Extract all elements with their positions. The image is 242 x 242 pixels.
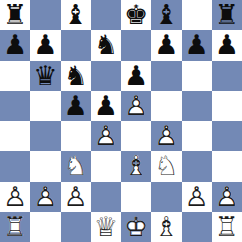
- square-c4[interactable]: [61, 121, 91, 151]
- white-knight-icon: ♞: [61, 151, 91, 181]
- black-queen-icon: ♛: [30, 61, 60, 91]
- square-d2[interactable]: [91, 182, 121, 212]
- white-bishop-icon: ♝: [121, 151, 151, 181]
- white-pawn-icon: ♟: [151, 121, 181, 151]
- white-queen-icon: ♛: [91, 212, 121, 242]
- white-knight-icon: ♞: [151, 151, 181, 181]
- square-g6[interactable]: [182, 61, 212, 91]
- square-h7[interactable]: ♟: [212, 30, 242, 60]
- square-d7[interactable]: ♞: [91, 30, 121, 60]
- black-pawn-icon: ♟: [61, 91, 91, 121]
- white-pawn-outline-icon: ♙: [30, 182, 60, 212]
- white-pawn-outline-icon: ♙: [121, 91, 151, 121]
- white-bishop-outline-icon: ♗: [121, 151, 151, 181]
- square-h8[interactable]: ♜: [212, 0, 242, 30]
- white-knight-outline-icon: ♘: [61, 151, 91, 181]
- square-f4[interactable]: ♟♙: [151, 121, 181, 151]
- square-f3[interactable]: ♞♘: [151, 151, 181, 181]
- square-g2[interactable]: ♟♙: [182, 182, 212, 212]
- square-c8[interactable]: ♝: [61, 0, 91, 30]
- square-g8[interactable]: [182, 0, 212, 30]
- square-d8[interactable]: [91, 0, 121, 30]
- square-h4[interactable]: [212, 121, 242, 151]
- square-f8[interactable]: ♝: [151, 0, 181, 30]
- white-pawn-icon: ♟: [212, 182, 242, 212]
- square-h3[interactable]: [212, 151, 242, 181]
- black-rook-icon: ♜: [212, 0, 242, 30]
- square-e5[interactable]: ♟♙: [121, 91, 151, 121]
- square-g3[interactable]: [182, 151, 212, 181]
- white-pawn-icon: ♟: [0, 182, 30, 212]
- white-rook-outline-icon: ♖: [212, 212, 242, 242]
- black-pawn-icon: ♟: [0, 30, 30, 60]
- white-pawn-outline-icon: ♙: [61, 182, 91, 212]
- black-pawn-icon: ♟: [91, 91, 121, 121]
- black-bishop-icon: ♝: [151, 0, 181, 30]
- square-h1[interactable]: ♜♖: [212, 212, 242, 242]
- square-d1[interactable]: ♛♕: [91, 212, 121, 242]
- square-e1[interactable]: ♚♔: [121, 212, 151, 242]
- square-b7[interactable]: ♟: [30, 30, 60, 60]
- square-a1[interactable]: ♜♖: [0, 212, 30, 242]
- black-king-icon: ♚: [121, 0, 151, 30]
- white-pawn-outline-icon: ♙: [91, 121, 121, 151]
- square-a5[interactable]: [0, 91, 30, 121]
- white-pawn-icon: ♟: [121, 91, 151, 121]
- black-pawn-icon: ♟: [212, 30, 242, 60]
- black-pawn-icon: ♟: [121, 61, 151, 91]
- white-pawn-outline-icon: ♙: [182, 182, 212, 212]
- white-queen-outline-icon: ♕: [91, 212, 121, 242]
- square-f6[interactable]: [151, 61, 181, 91]
- black-knight-icon: ♞: [61, 61, 91, 91]
- square-d4[interactable]: ♟♙: [91, 121, 121, 151]
- square-d5[interactable]: ♟: [91, 91, 121, 121]
- square-c3[interactable]: ♞♘: [61, 151, 91, 181]
- square-b6[interactable]: ♛: [30, 61, 60, 91]
- white-pawn-icon: ♟: [61, 182, 91, 212]
- square-c6[interactable]: ♞: [61, 61, 91, 91]
- chess-board: ♜♝♚♝♜♟♟♞♟♟♟♛♞♟♟♟♟♙♟♙♟♙♞♘♝♗♞♘♟♙♟♙♟♙♟♙♟♙♜♖…: [0, 0, 242, 242]
- square-c5[interactable]: ♟: [61, 91, 91, 121]
- square-g4[interactable]: [182, 121, 212, 151]
- square-e4[interactable]: [121, 121, 151, 151]
- black-knight-icon: ♞: [91, 30, 121, 60]
- square-a8[interactable]: ♜: [0, 0, 30, 30]
- black-pawn-icon: ♟: [182, 30, 212, 60]
- square-f1[interactable]: ♝♗: [151, 212, 181, 242]
- square-c2[interactable]: ♟♙: [61, 182, 91, 212]
- square-e6[interactable]: ♟: [121, 61, 151, 91]
- square-b4[interactable]: [30, 121, 60, 151]
- white-pawn-outline-icon: ♙: [0, 182, 30, 212]
- square-f2[interactable]: [151, 182, 181, 212]
- white-rook-icon: ♜: [212, 212, 242, 242]
- square-a3[interactable]: [0, 151, 30, 181]
- square-e8[interactable]: ♚: [121, 0, 151, 30]
- square-a7[interactable]: ♟: [0, 30, 30, 60]
- white-pawn-icon: ♟: [91, 121, 121, 151]
- square-a6[interactable]: [0, 61, 30, 91]
- chess-board-container: ♜♝♚♝♜♟♟♞♟♟♟♛♞♟♟♟♟♙♟♙♟♙♞♘♝♗♞♘♟♙♟♙♟♙♟♙♟♙♜♖…: [0, 0, 242, 242]
- black-pawn-icon: ♟: [151, 30, 181, 60]
- white-pawn-icon: ♟: [182, 182, 212, 212]
- square-g1[interactable]: [182, 212, 212, 242]
- square-h6[interactable]: [212, 61, 242, 91]
- white-pawn-outline-icon: ♙: [212, 182, 242, 212]
- square-a2[interactable]: ♟♙: [0, 182, 30, 212]
- square-e3[interactable]: ♝♗: [121, 151, 151, 181]
- square-b5[interactable]: [30, 91, 60, 121]
- black-rook-icon: ♜: [0, 0, 30, 30]
- white-king-icon: ♚: [121, 212, 151, 242]
- square-f7[interactable]: ♟: [151, 30, 181, 60]
- square-a4[interactable]: [0, 121, 30, 151]
- square-d3[interactable]: [91, 151, 121, 181]
- black-bishop-icon: ♝: [61, 0, 91, 30]
- black-pawn-icon: ♟: [30, 30, 60, 60]
- square-b1[interactable]: [30, 212, 60, 242]
- square-b3[interactable]: [30, 151, 60, 181]
- square-f5[interactable]: [151, 91, 181, 121]
- white-rook-outline-icon: ♖: [0, 212, 30, 242]
- white-pawn-outline-icon: ♙: [151, 121, 181, 151]
- square-h5[interactable]: [212, 91, 242, 121]
- square-g5[interactable]: [182, 91, 212, 121]
- white-pawn-icon: ♟: [30, 182, 60, 212]
- square-d6[interactable]: [91, 61, 121, 91]
- white-bishop-outline-icon: ♗: [151, 212, 181, 242]
- white-king-outline-icon: ♔: [121, 212, 151, 242]
- square-b8[interactable]: [30, 0, 60, 30]
- square-g7[interactable]: ♟: [182, 30, 212, 60]
- square-e2[interactable]: [121, 182, 151, 212]
- white-knight-outline-icon: ♘: [151, 151, 181, 181]
- white-bishop-icon: ♝: [151, 212, 181, 242]
- square-c1[interactable]: [61, 212, 91, 242]
- square-h2[interactable]: ♟♙: [212, 182, 242, 212]
- square-c7[interactable]: [61, 30, 91, 60]
- square-e7[interactable]: [121, 30, 151, 60]
- square-b2[interactable]: ♟♙: [30, 182, 60, 212]
- white-rook-icon: ♜: [0, 212, 30, 242]
